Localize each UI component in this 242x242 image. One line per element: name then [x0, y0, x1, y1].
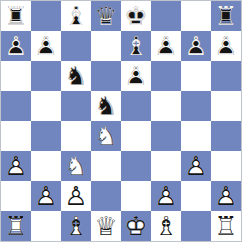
piece-black-knight: ♞♘ [91, 91, 121, 121]
piece-white-king: ♚♔ [121, 211, 151, 241]
square-h7[interactable]: ♟♙ [211, 31, 241, 61]
square-h1[interactable]: ♜♖ [211, 211, 241, 241]
piece-outline-glyph: ♖ [211, 211, 241, 241]
square-g3[interactable]: ♟♙ [181, 151, 211, 181]
square-c6[interactable]: ♞♘ [61, 61, 91, 91]
square-b7[interactable]: ♟♙ [31, 31, 61, 61]
piece-white-pawn: ♟♙ [211, 181, 241, 211]
piece-fill-glyph: ♝ [61, 1, 91, 31]
piece-black-pawn: ♟♙ [1, 31, 31, 61]
piece-outline-glyph: ♘ [61, 61, 91, 91]
square-h6[interactable] [211, 61, 241, 91]
square-c3[interactable]: ♞♘ [61, 151, 91, 181]
piece-fill-glyph: ♟ [121, 61, 151, 91]
square-f6[interactable] [151, 61, 181, 91]
square-g6[interactable] [181, 61, 211, 91]
piece-outline-glyph: ♔ [121, 211, 151, 241]
square-h8[interactable]: ♜♖ [211, 1, 241, 31]
piece-fill-glyph: ♚ [121, 1, 151, 31]
piece-fill-glyph: ♜ [211, 211, 241, 241]
square-f3[interactable] [151, 151, 181, 181]
square-f7[interactable]: ♟♙ [151, 31, 181, 61]
piece-white-knight: ♞♘ [61, 151, 91, 181]
square-b2[interactable]: ♟♙ [31, 181, 61, 211]
square-f1[interactable]: ♝♗ [151, 211, 181, 241]
piece-outline-glyph: ♙ [121, 61, 151, 91]
piece-outline-glyph: ♙ [151, 31, 181, 61]
square-e5[interactable] [121, 91, 151, 121]
square-c5[interactable] [61, 91, 91, 121]
piece-fill-glyph: ♝ [61, 211, 91, 241]
piece-white-bishop: ♝♗ [151, 211, 181, 241]
piece-black-pawn: ♟♙ [121, 61, 151, 91]
square-a1[interactable]: ♜♖ [1, 211, 31, 241]
square-g4[interactable] [181, 121, 211, 151]
piece-outline-glyph: ♗ [121, 31, 151, 61]
piece-fill-glyph: ♞ [91, 121, 121, 151]
square-d4[interactable]: ♞♘ [91, 121, 121, 151]
piece-black-queen: ♛♕ [91, 1, 121, 31]
piece-fill-glyph: ♟ [61, 181, 91, 211]
square-e6[interactable]: ♟♙ [121, 61, 151, 91]
piece-outline-glyph: ♙ [61, 181, 91, 211]
piece-fill-glyph: ♟ [211, 31, 241, 61]
piece-fill-glyph: ♟ [181, 31, 211, 61]
piece-fill-glyph: ♟ [1, 151, 31, 181]
square-e2[interactable] [121, 181, 151, 211]
square-g8[interactable] [181, 1, 211, 31]
square-e7[interactable]: ♝♗ [121, 31, 151, 61]
square-d3[interactable] [91, 151, 121, 181]
square-g5[interactable] [181, 91, 211, 121]
piece-white-pawn: ♟♙ [181, 151, 211, 181]
square-b6[interactable] [31, 61, 61, 91]
square-g1[interactable] [181, 211, 211, 241]
piece-outline-glyph: ♘ [91, 91, 121, 121]
piece-fill-glyph: ♟ [211, 181, 241, 211]
square-h5[interactable] [211, 91, 241, 121]
piece-black-bishop: ♝♗ [61, 1, 91, 31]
piece-fill-glyph: ♟ [181, 151, 211, 181]
square-b4[interactable] [31, 121, 61, 151]
square-c7[interactable] [61, 31, 91, 61]
square-e8[interactable]: ♚♔ [121, 1, 151, 31]
piece-white-rook: ♜♖ [211, 211, 241, 241]
square-e4[interactable] [121, 121, 151, 151]
square-h3[interactable] [211, 151, 241, 181]
square-e3[interactable] [121, 151, 151, 181]
piece-outline-glyph: ♕ [91, 1, 121, 31]
piece-black-rook: ♜♖ [1, 1, 31, 31]
piece-outline-glyph: ♖ [1, 211, 31, 241]
square-d5[interactable]: ♞♘ [91, 91, 121, 121]
piece-outline-glyph: ♖ [1, 1, 31, 31]
piece-fill-glyph: ♞ [91, 91, 121, 121]
square-a6[interactable] [1, 61, 31, 91]
square-d7[interactable] [91, 31, 121, 61]
square-f5[interactable] [151, 91, 181, 121]
square-h2[interactable]: ♟♙ [211, 181, 241, 211]
piece-white-knight: ♞♘ [91, 121, 121, 151]
square-g7[interactable]: ♟♙ [181, 31, 211, 61]
piece-fill-glyph: ♛ [91, 1, 121, 31]
piece-black-bishop: ♝♗ [121, 31, 151, 61]
piece-outline-glyph: ♗ [61, 1, 91, 31]
piece-white-bishop: ♝♗ [61, 211, 91, 241]
piece-fill-glyph: ♟ [151, 181, 181, 211]
piece-fill-glyph: ♟ [31, 31, 61, 61]
square-f2[interactable]: ♟♙ [151, 181, 181, 211]
piece-outline-glyph: ♔ [121, 1, 151, 31]
piece-white-pawn: ♟♙ [1, 151, 31, 181]
piece-white-pawn: ♟♙ [31, 181, 61, 211]
piece-black-king: ♚♔ [121, 1, 151, 31]
square-c4[interactable] [61, 121, 91, 151]
piece-fill-glyph: ♞ [61, 151, 91, 181]
square-d8[interactable]: ♛♕ [91, 1, 121, 31]
piece-outline-glyph: ♙ [181, 31, 211, 61]
piece-fill-glyph: ♞ [61, 61, 91, 91]
piece-outline-glyph: ♕ [91, 211, 121, 241]
piece-black-rook: ♜♖ [211, 1, 241, 31]
piece-outline-glyph: ♗ [151, 211, 181, 241]
piece-outline-glyph: ♙ [1, 151, 31, 181]
piece-outline-glyph: ♘ [91, 121, 121, 151]
piece-black-pawn: ♟♙ [181, 31, 211, 61]
square-a5[interactable] [1, 91, 31, 121]
piece-black-knight: ♞♘ [61, 61, 91, 91]
piece-black-pawn: ♟♙ [211, 31, 241, 61]
square-b8[interactable] [31, 1, 61, 31]
square-e1[interactable]: ♚♔ [121, 211, 151, 241]
chess-board: ♜♖♝♗♛♕♚♔♜♖♟♙♟♙♝♗♟♙♟♙♟♙♞♘♟♙♞♘♞♘♟♙♞♘♟♙♟♙♟♙… [0, 0, 242, 242]
piece-outline-glyph: ♙ [151, 181, 181, 211]
square-d1[interactable]: ♛♕ [91, 211, 121, 241]
piece-white-pawn: ♟♙ [151, 181, 181, 211]
square-b3[interactable] [31, 151, 61, 181]
piece-fill-glyph: ♛ [91, 211, 121, 241]
square-a3[interactable]: ♟♙ [1, 151, 31, 181]
square-b1[interactable] [31, 211, 61, 241]
piece-outline-glyph: ♘ [61, 151, 91, 181]
square-d6[interactable] [91, 61, 121, 91]
piece-outline-glyph: ♙ [31, 181, 61, 211]
piece-fill-glyph: ♜ [211, 1, 241, 31]
piece-fill-glyph: ♟ [31, 181, 61, 211]
piece-outline-glyph: ♙ [1, 31, 31, 61]
piece-outline-glyph: ♙ [211, 31, 241, 61]
square-c1[interactable]: ♝♗ [61, 211, 91, 241]
piece-outline-glyph: ♗ [61, 211, 91, 241]
square-h4[interactable] [211, 121, 241, 151]
piece-black-pawn: ♟♙ [151, 31, 181, 61]
piece-fill-glyph: ♝ [151, 211, 181, 241]
square-f4[interactable] [151, 121, 181, 151]
piece-black-pawn: ♟♙ [31, 31, 61, 61]
piece-outline-glyph: ♙ [31, 31, 61, 61]
square-a7[interactable]: ♟♙ [1, 31, 31, 61]
square-a4[interactable] [1, 121, 31, 151]
piece-white-pawn: ♟♙ [61, 181, 91, 211]
piece-outline-glyph: ♙ [211, 181, 241, 211]
square-g2[interactable] [181, 181, 211, 211]
square-c8[interactable]: ♝♗ [61, 1, 91, 31]
piece-fill-glyph: ♟ [151, 31, 181, 61]
square-a8[interactable]: ♜♖ [1, 1, 31, 31]
piece-fill-glyph: ♜ [1, 1, 31, 31]
piece-fill-glyph: ♝ [121, 31, 151, 61]
piece-fill-glyph: ♚ [121, 211, 151, 241]
piece-fill-glyph: ♜ [1, 211, 31, 241]
square-f8[interactable] [151, 1, 181, 31]
square-a2[interactable] [1, 181, 31, 211]
square-b5[interactable] [31, 91, 61, 121]
piece-outline-glyph: ♖ [211, 1, 241, 31]
piece-white-queen: ♛♕ [91, 211, 121, 241]
piece-outline-glyph: ♙ [181, 151, 211, 181]
square-d2[interactable] [91, 181, 121, 211]
square-c2[interactable]: ♟♙ [61, 181, 91, 211]
piece-white-rook: ♜♖ [1, 211, 31, 241]
piece-fill-glyph: ♟ [1, 31, 31, 61]
